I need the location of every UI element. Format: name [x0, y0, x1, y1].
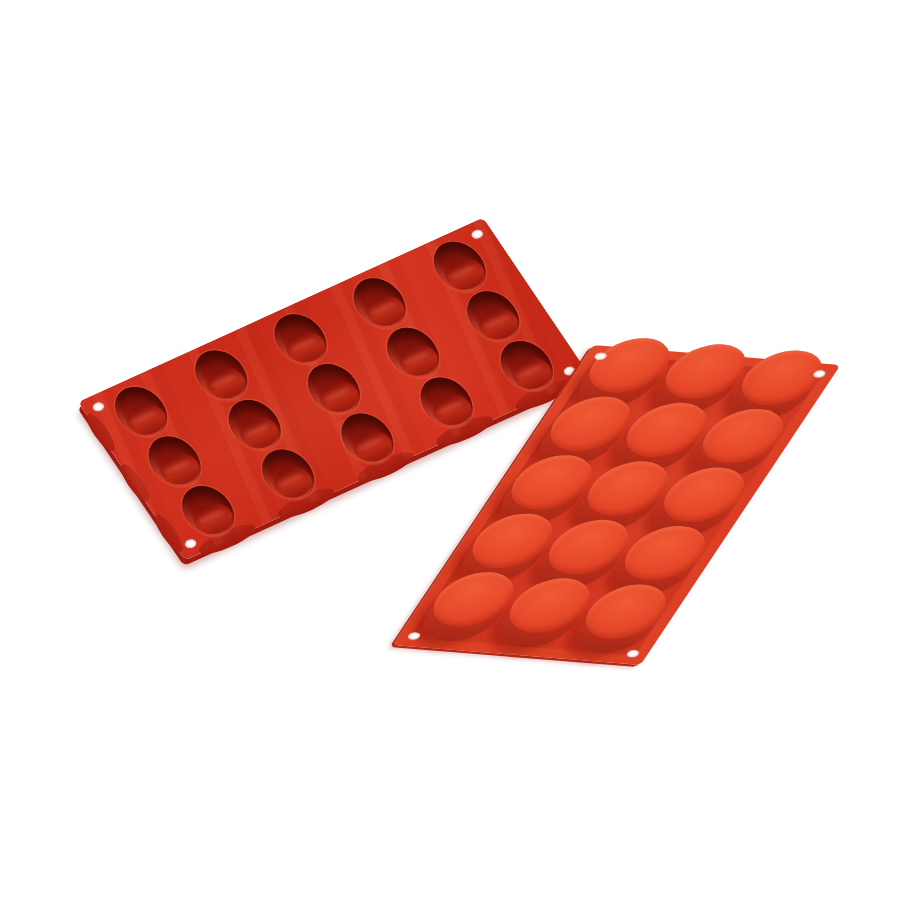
mold-cavity	[331, 406, 404, 471]
mold-cavity	[344, 270, 417, 335]
mold-cavity	[457, 284, 530, 349]
mold-cavity	[423, 234, 496, 299]
mold-cavity	[218, 393, 291, 458]
mold-cavity	[490, 333, 563, 398]
mold-cavity	[172, 478, 245, 543]
mold-cavity	[411, 370, 484, 435]
mold-cavity	[377, 320, 450, 385]
mold-cavity	[264, 307, 337, 372]
mold-cavity	[298, 356, 371, 421]
mold-cavity	[105, 379, 178, 444]
mold-cavity	[185, 343, 258, 408]
mold-cavity	[138, 429, 211, 494]
mold-cavity	[252, 442, 325, 507]
photo-canvas	[0, 0, 900, 900]
